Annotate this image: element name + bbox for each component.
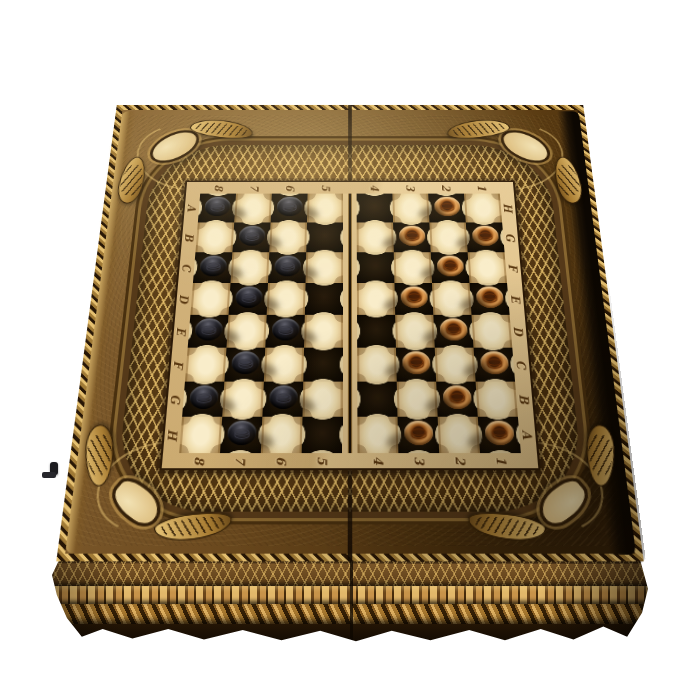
hinge-seam [343,222,357,252]
hinge-seam [343,382,358,417]
label-top-7: 7 [246,173,262,202]
coordinates-top: 87654321 [200,182,500,193]
label-right-E: E [497,292,535,305]
label-right-B: B [504,392,544,406]
label-bottom-4: 4 [370,442,387,480]
piece-black: ⛂ [269,386,298,410]
square-C6[interactable]: ⛂ [268,252,306,283]
label-top-2: 2 [438,173,454,202]
square-F5[interactable] [303,348,343,382]
label-right-A: A [507,427,548,442]
coordinates-bottom: 87654321 [178,453,522,468]
square-E6[interactable]: ⛂ [265,315,305,348]
square-G6[interactable]: ⛂ [262,382,303,417]
label-left-E: E [162,324,201,337]
label-bottom-7: 7 [231,442,249,480]
board-box-top: 87654321 87654321 ABCDEFGH HGFEDCBA ⛂⛂⛀⛂… [56,105,643,561]
label-top-6: 6 [282,173,297,202]
label-top-4: 4 [367,173,381,202]
square-D3[interactable]: ⛀ [394,283,433,315]
hinge-seam [343,348,358,382]
piece-black: ⛂ [235,287,263,308]
front-fold-seam [350,556,353,642]
label-left-D: D [165,292,203,305]
label-right-F: F [495,261,532,273]
piece-white: ⛀ [400,287,428,308]
metal-clasp [42,462,60,482]
label-bottom-1: 1 [492,442,511,480]
hinge-gap [343,183,357,194]
hinge-seam [343,283,357,315]
label-left-H: H [152,427,193,442]
square-G4[interactable] [357,382,397,417]
square-B3[interactable]: ⛀ [393,222,431,252]
square-E4[interactable] [357,315,396,348]
square-F3[interactable]: ⛀ [396,348,436,382]
label-bottom-6: 6 [272,442,289,480]
photo-of-carved-checkers-board: 87654321 87654321 ABCDEFGH HGFEDCBA ⛂⛂⛀⛂… [0,0,700,700]
label-left-C: C [168,261,205,273]
square-C4[interactable] [357,252,395,283]
playing-board: 87654321 87654321 ABCDEFGH HGFEDCBA ⛂⛂⛀⛂… [159,181,540,471]
square-B5[interactable] [306,222,343,252]
hinge-seam [343,315,357,348]
piece-black: ⛂ [274,256,301,277]
square-G2[interactable]: ⛀ [436,382,478,417]
label-right-D: D [499,324,538,337]
piece-white: ⛀ [399,226,426,246]
square-D7[interactable]: ⛂ [229,283,268,315]
label-bottom-2: 2 [451,442,469,480]
square-B7[interactable]: ⛂ [232,222,270,252]
hinge-seam [342,417,357,453]
piece-black: ⛂ [272,319,300,341]
hinge-seam [343,194,356,223]
piece-white: ⛀ [437,256,465,277]
piece-black: ⛂ [231,352,260,375]
label-left-G: G [156,392,196,406]
label-top-5: 5 [318,173,332,202]
square-F7[interactable]: ⛂ [224,348,265,382]
label-left-A: A [174,202,210,214]
label-bottom-5: 5 [314,442,331,480]
label-left-B: B [171,231,208,243]
square-C2[interactable]: ⛀ [431,252,470,283]
label-top-3: 3 [403,173,418,202]
label-top-8: 8 [210,173,226,202]
label-top-1: 1 [473,173,489,202]
label-bottom-8: 8 [189,442,208,480]
hinge-gap [342,454,358,468]
clasp-bar [42,472,56,478]
label-bottom-3: 3 [410,442,427,480]
label-left-F: F [159,358,198,372]
piece-black: ⛂ [239,226,266,246]
label-right-G: G [492,231,529,243]
square-D5[interactable] [305,283,343,315]
label-right-C: C [502,358,541,372]
piece-white: ⛀ [443,386,472,410]
hinge-seam [343,252,357,283]
squares-grid: ⛂⛂⛀⛂⛀⛀⛂⛂⛀⛂⛀⛀⛂⛂⛀⛂⛀⛀⛂⛂⛀⛂⛀⛀ [179,194,521,454]
square-E2[interactable]: ⛀ [433,315,473,348]
piece-white: ⛀ [402,352,431,375]
piece-white: ⛀ [440,319,468,341]
label-right-H: H [490,202,526,214]
box-front-face [52,556,648,642]
